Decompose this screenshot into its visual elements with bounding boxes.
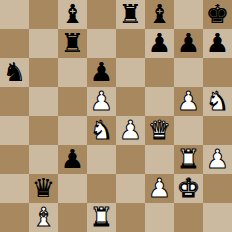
square-f1[interactable] xyxy=(145,203,174,232)
black-rook-icon: ♜ xyxy=(119,0,142,29)
square-c3[interactable]: ♟ xyxy=(58,145,87,174)
square-h4[interactable] xyxy=(203,116,232,145)
square-a8[interactable] xyxy=(0,0,29,29)
square-e3[interactable] xyxy=(116,145,145,174)
white-bishop-icon: ♝ xyxy=(32,203,55,232)
square-h5[interactable]: ♞ xyxy=(203,87,232,116)
square-d8[interactable] xyxy=(87,0,116,29)
square-b6[interactable] xyxy=(29,58,58,87)
black-pawn-icon: ♟ xyxy=(61,145,84,174)
black-pawn-icon: ♟ xyxy=(177,29,200,58)
square-g3[interactable]: ♜ xyxy=(174,145,203,174)
square-d2[interactable] xyxy=(87,174,116,203)
square-f6[interactable] xyxy=(145,58,174,87)
square-c7[interactable]: ♜ xyxy=(58,29,87,58)
square-f8[interactable]: ♝ xyxy=(145,0,174,29)
square-g6[interactable] xyxy=(174,58,203,87)
square-c5[interactable] xyxy=(58,87,87,116)
square-g2[interactable]: ♚ xyxy=(174,174,203,203)
square-d7[interactable] xyxy=(87,29,116,58)
white-pawn-icon: ♟ xyxy=(90,87,113,116)
square-c8[interactable]: ♝ xyxy=(58,0,87,29)
square-f2[interactable]: ♟ xyxy=(145,174,174,203)
square-g4[interactable] xyxy=(174,116,203,145)
black-pawn-icon: ♟ xyxy=(148,29,171,58)
square-d6[interactable]: ♟ xyxy=(87,58,116,87)
black-bishop-icon: ♝ xyxy=(148,0,171,29)
black-pawn-icon: ♟ xyxy=(90,58,113,87)
square-g8[interactable] xyxy=(174,0,203,29)
square-a2[interactable] xyxy=(0,174,29,203)
square-h1[interactable] xyxy=(203,203,232,232)
chess-board: ♝♜♝♚♜♟♟♟♞♟♟♟♞♞♟♛♟♜♟♛♟♚♝♜ xyxy=(0,0,232,232)
square-a4[interactable] xyxy=(0,116,29,145)
black-queen-icon: ♛ xyxy=(32,174,55,203)
square-b7[interactable] xyxy=(29,29,58,58)
square-d1[interactable]: ♜ xyxy=(87,203,116,232)
white-king-icon: ♚ xyxy=(177,174,200,203)
square-e8[interactable]: ♜ xyxy=(116,0,145,29)
square-h7[interactable]: ♟ xyxy=(203,29,232,58)
square-h8[interactable]: ♚ xyxy=(203,0,232,29)
white-rook-icon: ♜ xyxy=(177,145,200,174)
square-d5[interactable]: ♟ xyxy=(87,87,116,116)
white-knight-icon: ♞ xyxy=(90,116,113,145)
square-f7[interactable]: ♟ xyxy=(145,29,174,58)
black-pawn-icon: ♟ xyxy=(206,29,229,58)
square-a1[interactable] xyxy=(0,203,29,232)
square-e7[interactable] xyxy=(116,29,145,58)
white-knight-icon: ♞ xyxy=(206,87,229,116)
square-f4[interactable]: ♛ xyxy=(145,116,174,145)
white-pawn-icon: ♟ xyxy=(148,174,171,203)
white-queen-icon: ♛ xyxy=(148,116,171,145)
square-c4[interactable] xyxy=(58,116,87,145)
square-h2[interactable] xyxy=(203,174,232,203)
square-c6[interactable] xyxy=(58,58,87,87)
white-pawn-icon: ♟ xyxy=(177,87,200,116)
square-c1[interactable] xyxy=(58,203,87,232)
black-bishop-icon: ♝ xyxy=(61,0,84,29)
square-d4[interactable]: ♞ xyxy=(87,116,116,145)
square-b2[interactable]: ♛ xyxy=(29,174,58,203)
square-c2[interactable] xyxy=(58,174,87,203)
white-pawn-icon: ♟ xyxy=(206,145,229,174)
square-b3[interactable] xyxy=(29,145,58,174)
square-g7[interactable]: ♟ xyxy=(174,29,203,58)
square-f5[interactable] xyxy=(145,87,174,116)
square-e2[interactable] xyxy=(116,174,145,203)
black-rook-icon: ♜ xyxy=(61,29,84,58)
square-h3[interactable]: ♟ xyxy=(203,145,232,174)
square-g5[interactable]: ♟ xyxy=(174,87,203,116)
square-e4[interactable]: ♟ xyxy=(116,116,145,145)
white-rook-icon: ♜ xyxy=(90,203,113,232)
square-e5[interactable] xyxy=(116,87,145,116)
square-a5[interactable] xyxy=(0,87,29,116)
white-pawn-icon: ♟ xyxy=(119,116,142,145)
square-b1[interactable]: ♝ xyxy=(29,203,58,232)
square-e6[interactable] xyxy=(116,58,145,87)
square-g1[interactable] xyxy=(174,203,203,232)
square-b5[interactable] xyxy=(29,87,58,116)
square-d3[interactable] xyxy=(87,145,116,174)
square-a6[interactable]: ♞ xyxy=(0,58,29,87)
square-b4[interactable] xyxy=(29,116,58,145)
black-knight-icon: ♞ xyxy=(3,58,26,87)
square-e1[interactable] xyxy=(116,203,145,232)
square-f3[interactable] xyxy=(145,145,174,174)
square-a7[interactable] xyxy=(0,29,29,58)
black-king-icon: ♚ xyxy=(206,0,229,29)
square-b8[interactable] xyxy=(29,0,58,29)
square-a3[interactable] xyxy=(0,145,29,174)
square-h6[interactable] xyxy=(203,58,232,87)
